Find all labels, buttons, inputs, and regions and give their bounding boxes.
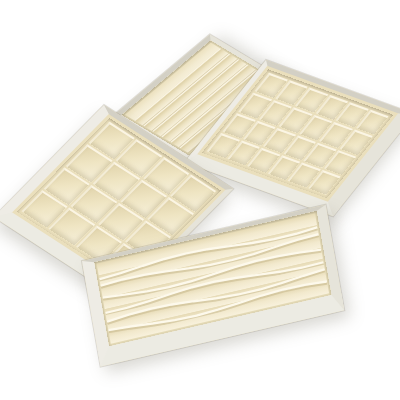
product-photo-scene (0, 0, 400, 400)
organizer-set (0, 0, 400, 400)
